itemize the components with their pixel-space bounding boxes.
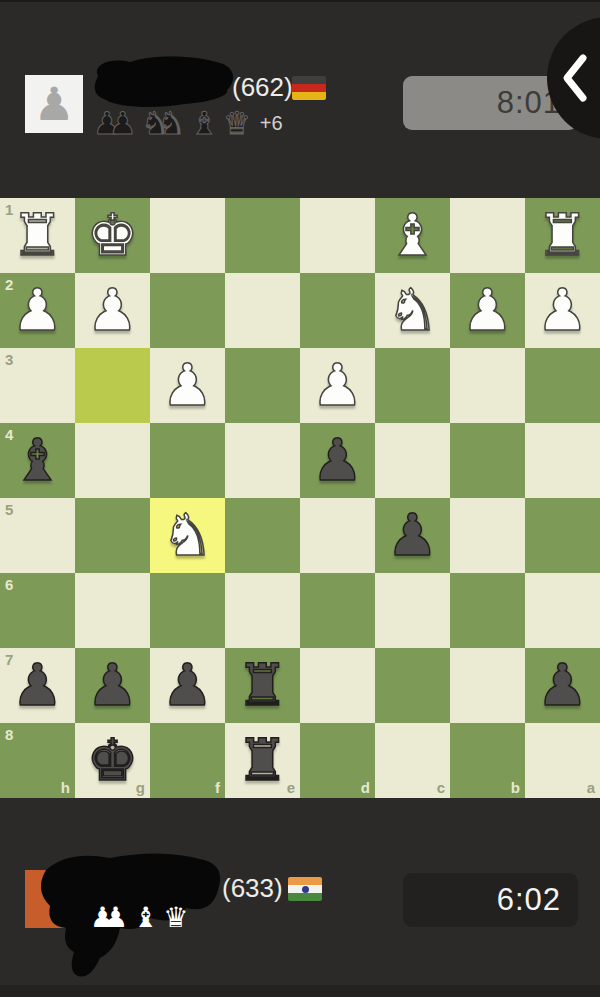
rank-label-3: 3	[5, 351, 13, 368]
chevron-left-icon	[561, 53, 589, 103]
square-a7[interactable]: ♟	[525, 648, 600, 723]
square-b6[interactable]	[450, 573, 525, 648]
white-pawn: ♟	[150, 348, 225, 423]
square-g1[interactable]: ♚	[75, 198, 150, 273]
square-h8[interactable]: 8h	[0, 723, 75, 798]
white-pawn-avatar-icon: ♟	[33, 81, 74, 127]
square-b7[interactable]	[450, 648, 525, 723]
square-b5[interactable]	[450, 498, 525, 573]
white-bishop: ♝	[375, 198, 450, 273]
black-pawn: ♟	[0, 648, 75, 723]
square-e3[interactable]	[225, 348, 300, 423]
captured-pieces-bottom: ♟♟♝♛	[90, 900, 193, 932]
top-player-name-scribble	[88, 56, 238, 112]
square-c5[interactable]: ♟	[375, 498, 450, 573]
white-king: ♚	[75, 198, 150, 273]
square-a2[interactable]: ♟	[525, 273, 600, 348]
square-g2[interactable]: ♟	[75, 273, 150, 348]
square-g3[interactable]	[75, 348, 150, 423]
square-e8[interactable]: e♜	[225, 723, 300, 798]
white-pawn: ♟	[0, 273, 75, 348]
square-d6[interactable]	[300, 573, 375, 648]
square-f7[interactable]: ♟	[150, 648, 225, 723]
square-a4[interactable]	[525, 423, 600, 498]
square-c4[interactable]	[375, 423, 450, 498]
square-h2[interactable]: 2♟	[0, 273, 75, 348]
file-label-h: h	[61, 779, 70, 796]
black-bishop: ♝	[0, 423, 75, 498]
square-b8[interactable]: b	[450, 723, 525, 798]
square-c1[interactable]: ♝	[375, 198, 450, 273]
square-a1[interactable]: ♜	[525, 198, 600, 273]
file-label-c: c	[437, 779, 445, 796]
game-screen: ♟ (662) ♟♟♞♞♝♛+6 8:01 1♜♚♝♜2♟♟♞♟♟3♟♟4♝♟5…	[0, 0, 600, 997]
black-rook: ♜	[225, 648, 300, 723]
square-b4[interactable]	[450, 423, 525, 498]
square-e1[interactable]	[225, 198, 300, 273]
square-c6[interactable]	[375, 573, 450, 648]
white-pawn: ♟	[450, 273, 525, 348]
square-e2[interactable]	[225, 273, 300, 348]
black-pawn: ♟	[300, 423, 375, 498]
white-knight: ♞	[375, 273, 450, 348]
square-d4[interactable]: ♟	[300, 423, 375, 498]
square-f5[interactable]: ♞	[150, 498, 225, 573]
file-label-a: a	[587, 779, 595, 796]
square-g6[interactable]	[75, 573, 150, 648]
rank-label-5: 5	[5, 501, 13, 518]
square-e7[interactable]: ♜	[225, 648, 300, 723]
white-knight: ♞	[150, 498, 225, 573]
black-pawn: ♟	[525, 648, 600, 723]
square-a8[interactable]: a	[525, 723, 600, 798]
square-c8[interactable]: c	[375, 723, 450, 798]
black-pawn: ♟	[75, 648, 150, 723]
square-g8[interactable]: g♚	[75, 723, 150, 798]
square-h4[interactable]: 4♝	[0, 423, 75, 498]
top-player-avatar[interactable]: ♟	[25, 75, 83, 133]
square-d1[interactable]	[300, 198, 375, 273]
square-a3[interactable]	[525, 348, 600, 423]
square-e4[interactable]	[225, 423, 300, 498]
square-d2[interactable]	[300, 273, 375, 348]
rank-label-6: 6	[5, 576, 13, 593]
captured-white-queen: ♛	[163, 904, 188, 932]
black-pawn: ♟	[150, 648, 225, 723]
rank-label-8: 8	[5, 726, 13, 743]
square-a5[interactable]	[525, 498, 600, 573]
square-e6[interactable]	[225, 573, 300, 648]
square-f6[interactable]	[150, 573, 225, 648]
square-d7[interactable]	[300, 648, 375, 723]
square-f4[interactable]	[150, 423, 225, 498]
black-pawn: ♟	[375, 498, 450, 573]
captured-white-bishop: ♝	[133, 904, 158, 932]
ashoka-chakra-dot	[302, 886, 309, 893]
square-f1[interactable]	[150, 198, 225, 273]
chess-board: 1♜♚♝♜2♟♟♞♟♟3♟♟4♝♟5♞♟67♟♟♟♜♟8hg♚fe♜dcba	[0, 198, 600, 798]
captured-black-knight: ♞	[157, 108, 185, 139]
square-h1[interactable]: 1♜	[0, 198, 75, 273]
captured-black-bishop: ♝	[190, 108, 218, 139]
square-e5[interactable]	[225, 498, 300, 573]
white-pawn: ♟	[525, 273, 600, 348]
square-b1[interactable]	[450, 198, 525, 273]
white-pawn: ♟	[75, 273, 150, 348]
square-h3[interactable]: 3	[0, 348, 75, 423]
black-king: ♚	[75, 723, 150, 798]
file-label-b: b	[511, 779, 520, 796]
square-f2[interactable]	[150, 273, 225, 348]
square-h7[interactable]: 7♟	[0, 648, 75, 723]
black-rook: ♜	[225, 723, 300, 798]
file-label-d: d	[361, 779, 370, 796]
square-b3[interactable]	[450, 348, 525, 423]
square-f8[interactable]: f	[150, 723, 225, 798]
square-b2[interactable]: ♟	[450, 273, 525, 348]
bottom-edge-strip	[0, 985, 600, 997]
captured-white-pawn: ♟	[103, 904, 128, 932]
captured-black-queen: ♛	[223, 108, 251, 139]
white-rook: ♜	[0, 198, 75, 273]
square-d3[interactable]: ♟	[300, 348, 375, 423]
india-flag-icon	[288, 877, 322, 901]
germany-flag-icon	[292, 76, 326, 100]
square-g7[interactable]: ♟	[75, 648, 150, 723]
material-advantage: +6	[260, 112, 283, 135]
square-g4[interactable]	[75, 423, 150, 498]
white-rook: ♜	[525, 198, 600, 273]
square-h5[interactable]: 5	[0, 498, 75, 573]
square-g5[interactable]	[75, 498, 150, 573]
white-pawn: ♟	[300, 348, 375, 423]
square-a6[interactable]	[525, 573, 600, 648]
square-c2[interactable]: ♞	[375, 273, 450, 348]
square-f3[interactable]: ♟	[150, 348, 225, 423]
captured-black-pawn: ♟	[109, 108, 137, 139]
square-h6[interactable]: 6	[0, 573, 75, 648]
file-label-f: f	[215, 779, 220, 796]
bottom-player-clock: 6:02	[403, 873, 578, 927]
square-c3[interactable]	[375, 348, 450, 423]
square-d5[interactable]	[300, 498, 375, 573]
top-player-rating: (662)	[232, 72, 293, 103]
square-d8[interactable]: d	[300, 723, 375, 798]
square-c7[interactable]	[375, 648, 450, 723]
